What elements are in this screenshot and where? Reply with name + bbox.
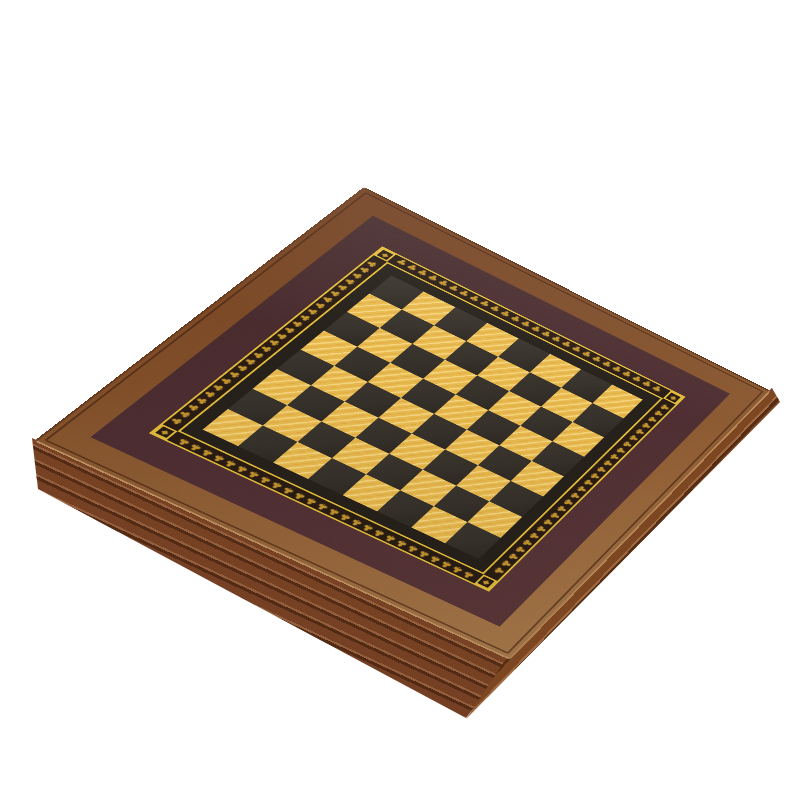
chess-board: ♣♣♣♣♣♣♣♣♣♣♣♣♣♣♣♣♣♣♣♣♣♣♣♣♣♣ ♣♣♣♣♣♣♣♣♣♣♣♣♣…: [34, 187, 771, 660]
photo-background: ♣♣♣♣♣♣♣♣♣♣♣♣♣♣♣♣♣♣♣♣♣♣♣♣♣♣ ♣♣♣♣♣♣♣♣♣♣♣♣♣…: [0, 0, 800, 800]
